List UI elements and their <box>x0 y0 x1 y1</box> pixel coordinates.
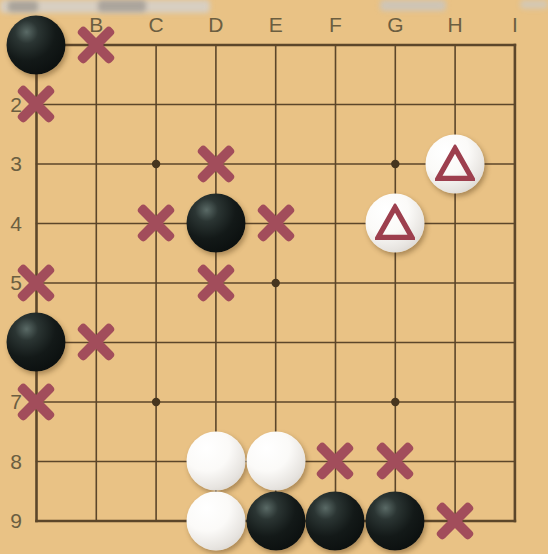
x-mark-icon <box>74 320 118 364</box>
board-cell-B3[interactable] <box>66 134 126 194</box>
board-cell-C6[interactable] <box>126 313 186 373</box>
x-mark-icon <box>14 380 58 424</box>
board-cell-G9[interactable] <box>365 491 425 551</box>
board-cell-B9[interactable] <box>66 491 126 551</box>
x-mark-icon <box>194 261 238 305</box>
board-cell-G8[interactable] <box>365 432 425 492</box>
board-cell-H8[interactable] <box>425 432 485 492</box>
board-cell-H4[interactable] <box>425 194 485 254</box>
board-cell-C1[interactable] <box>126 15 186 75</box>
board-cell-B6[interactable] <box>66 313 126 373</box>
board-cell-A9[interactable] <box>7 491 67 551</box>
x-mark-icon <box>373 439 417 483</box>
board-cell-I3[interactable] <box>485 134 545 194</box>
board-cell-B5[interactable] <box>66 253 126 313</box>
black-stone <box>186 194 245 253</box>
board-cell-F8[interactable] <box>306 432 366 492</box>
board-cell-F7[interactable] <box>306 372 366 432</box>
board-cell-I6[interactable] <box>485 313 545 373</box>
board-cell-G3[interactable] <box>365 134 425 194</box>
board-cell-D7[interactable] <box>186 372 246 432</box>
board-cell-A7[interactable] <box>7 372 67 432</box>
triangle-mark-icon <box>435 144 475 181</box>
triangle-mark-icon <box>375 204 415 241</box>
board-cell-D2[interactable] <box>186 75 246 135</box>
board-cell-F6[interactable] <box>306 313 366 373</box>
board-cell-F1[interactable] <box>306 15 366 75</box>
board-cell-E3[interactable] <box>246 134 306 194</box>
board-cell-A1[interactable] <box>7 15 67 75</box>
board-cell-B1[interactable] <box>66 15 126 75</box>
board-cell-D8[interactable] <box>186 432 246 492</box>
board-cell-H3[interactable] <box>425 134 485 194</box>
board-cell-I9[interactable] <box>485 491 545 551</box>
x-mark-icon <box>74 23 118 67</box>
white-stone <box>186 432 245 491</box>
board-cell-F2[interactable] <box>306 75 366 135</box>
black-stone <box>366 491 425 550</box>
board-cell-G6[interactable] <box>365 313 425 373</box>
board-cell-C7[interactable] <box>126 372 186 432</box>
board-cell-F4[interactable] <box>306 194 366 254</box>
board-cell-I7[interactable] <box>485 372 545 432</box>
board-cell-E7[interactable] <box>246 372 306 432</box>
board-cell-A8[interactable] <box>7 432 67 492</box>
white-stone <box>246 432 305 491</box>
black-stone <box>306 491 365 550</box>
board-cell-H7[interactable] <box>425 372 485 432</box>
x-mark-icon <box>194 142 238 186</box>
board-cell-D4[interactable] <box>186 194 246 254</box>
board-cell-E2[interactable] <box>246 75 306 135</box>
board-cell-D6[interactable] <box>186 313 246 373</box>
board-cell-E5[interactable] <box>246 253 306 313</box>
board-cell-B2[interactable] <box>66 75 126 135</box>
board-cell-G1[interactable] <box>365 15 425 75</box>
board-cell-E8[interactable] <box>246 432 306 492</box>
white-stone <box>186 491 245 550</box>
board-cell-H9[interactable] <box>425 491 485 551</box>
board-cell-E6[interactable] <box>246 313 306 373</box>
board-cell-C5[interactable] <box>126 253 186 313</box>
board-cell-B7[interactable] <box>66 372 126 432</box>
board-cell-C2[interactable] <box>126 75 186 135</box>
board-cell-A5[interactable] <box>7 253 67 313</box>
x-mark-icon <box>134 201 178 245</box>
board-cell-G5[interactable] <box>365 253 425 313</box>
board-cell-I2[interactable] <box>485 75 545 135</box>
board-cell-G7[interactable] <box>365 372 425 432</box>
board-cell-D9[interactable] <box>186 491 246 551</box>
board-cell-D1[interactable] <box>186 15 246 75</box>
board-cell-H6[interactable] <box>425 313 485 373</box>
board-cell-A6[interactable] <box>7 313 67 373</box>
board-cell-H5[interactable] <box>425 253 485 313</box>
board-cell-A3[interactable] <box>7 134 67 194</box>
board-cell-E1[interactable] <box>246 15 306 75</box>
x-mark-icon <box>254 201 298 245</box>
black-stone <box>7 313 66 372</box>
board-cell-B8[interactable] <box>66 432 126 492</box>
x-mark-icon <box>14 82 58 126</box>
board-cell-I8[interactable] <box>485 432 545 492</box>
board-cell-G2[interactable] <box>365 75 425 135</box>
board-cell-I1[interactable] <box>485 15 545 75</box>
board-cell-C4[interactable] <box>126 194 186 254</box>
go-board-screen: ABCDEFGHI 123456789 <box>0 0 548 554</box>
black-stone <box>246 491 305 550</box>
board-cell-D3[interactable] <box>186 134 246 194</box>
board-cell-H2[interactable] <box>425 75 485 135</box>
board-cell-C9[interactable] <box>126 491 186 551</box>
x-mark-icon <box>433 499 477 543</box>
board-cell-F5[interactable] <box>306 253 366 313</box>
board-cell-A4[interactable] <box>7 194 67 254</box>
board-grid <box>7 15 545 551</box>
board-cell-B4[interactable] <box>66 194 126 254</box>
board-cell-I5[interactable] <box>485 253 545 313</box>
board-cell-E4[interactable] <box>246 194 306 254</box>
board-cell-F9[interactable] <box>306 491 366 551</box>
board-cell-D5[interactable] <box>186 253 246 313</box>
board-cell-I4[interactable] <box>485 194 545 254</box>
board-cell-F3[interactable] <box>306 134 366 194</box>
board-cell-E9[interactable] <box>246 491 306 551</box>
x-mark-icon <box>313 439 357 483</box>
board-cell-H1[interactable] <box>425 15 485 75</box>
black-stone <box>7 15 66 74</box>
board-cell-G4[interactable] <box>365 194 425 254</box>
x-mark-icon <box>14 261 58 305</box>
board-cell-A2[interactable] <box>7 75 67 135</box>
board-cell-C8[interactable] <box>126 432 186 492</box>
board-cell-C3[interactable] <box>126 134 186 194</box>
